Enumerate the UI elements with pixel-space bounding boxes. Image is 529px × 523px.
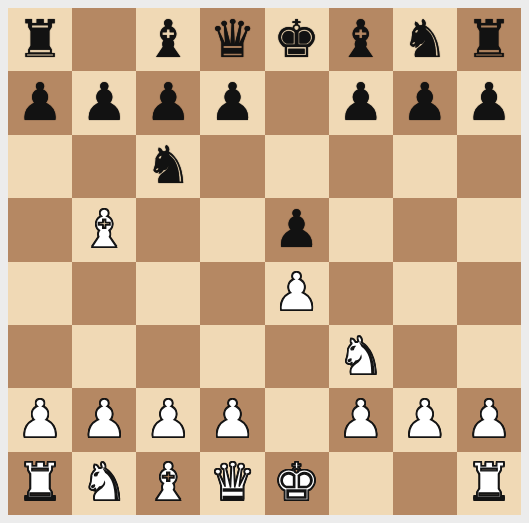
piece-black-rook[interactable]: ♜ xyxy=(17,13,64,65)
square-b1[interactable]: ♞ xyxy=(72,452,136,515)
square-c6[interactable]: ♞ xyxy=(136,135,200,198)
square-a5[interactable] xyxy=(8,198,72,261)
piece-black-pawn[interactable]: ♟ xyxy=(17,76,64,128)
square-c5[interactable] xyxy=(136,198,200,261)
square-b4[interactable] xyxy=(72,262,136,325)
piece-black-pawn[interactable]: ♟ xyxy=(273,203,320,255)
square-f4[interactable] xyxy=(329,262,393,325)
piece-white-knight[interactable]: ♞ xyxy=(81,456,128,508)
square-a1[interactable]: ♜ xyxy=(8,452,72,515)
square-h3[interactable] xyxy=(457,325,521,388)
square-c1[interactable]: ♝ xyxy=(136,452,200,515)
square-h8[interactable]: ♜ xyxy=(457,8,521,71)
square-c4[interactable] xyxy=(136,262,200,325)
square-f6[interactable] xyxy=(329,135,393,198)
piece-black-pawn[interactable]: ♟ xyxy=(466,76,513,128)
square-f5[interactable] xyxy=(329,198,393,261)
piece-black-rook[interactable]: ♜ xyxy=(466,13,513,65)
square-g8[interactable]: ♞ xyxy=(393,8,457,71)
square-c8[interactable]: ♝ xyxy=(136,8,200,71)
square-h4[interactable] xyxy=(457,262,521,325)
square-h1[interactable]: ♜ xyxy=(457,452,521,515)
square-g2[interactable]: ♟ xyxy=(393,388,457,451)
square-f2[interactable]: ♟ xyxy=(329,388,393,451)
square-e4[interactable]: ♟ xyxy=(265,262,329,325)
square-h2[interactable]: ♟ xyxy=(457,388,521,451)
square-g7[interactable]: ♟ xyxy=(393,71,457,134)
piece-black-pawn[interactable]: ♟ xyxy=(81,76,128,128)
square-g4[interactable] xyxy=(393,262,457,325)
piece-white-pawn[interactable]: ♟ xyxy=(402,393,449,445)
square-d7[interactable]: ♟ xyxy=(200,71,264,134)
piece-white-pawn[interactable]: ♟ xyxy=(17,393,64,445)
piece-black-bishop[interactable]: ♝ xyxy=(145,13,192,65)
piece-black-pawn[interactable]: ♟ xyxy=(145,76,192,128)
piece-white-pawn[interactable]: ♟ xyxy=(209,393,256,445)
square-d8[interactable]: ♛ xyxy=(200,8,264,71)
square-e3[interactable] xyxy=(265,325,329,388)
piece-white-rook[interactable]: ♜ xyxy=(466,456,513,508)
piece-white-pawn[interactable]: ♟ xyxy=(337,393,384,445)
square-g1[interactable] xyxy=(393,452,457,515)
square-d6[interactable] xyxy=(200,135,264,198)
piece-white-king[interactable]: ♚ xyxy=(273,456,320,508)
square-c2[interactable]: ♟ xyxy=(136,388,200,451)
square-c7[interactable]: ♟ xyxy=(136,71,200,134)
square-a4[interactable] xyxy=(8,262,72,325)
square-h6[interactable] xyxy=(457,135,521,198)
square-e1[interactable]: ♚ xyxy=(265,452,329,515)
piece-white-pawn[interactable]: ♟ xyxy=(145,393,192,445)
square-d3[interactable] xyxy=(200,325,264,388)
square-d5[interactable] xyxy=(200,198,264,261)
square-e8[interactable]: ♚ xyxy=(265,8,329,71)
piece-white-knight[interactable]: ♞ xyxy=(337,330,384,382)
square-a6[interactable] xyxy=(8,135,72,198)
square-f7[interactable]: ♟ xyxy=(329,71,393,134)
square-d2[interactable]: ♟ xyxy=(200,388,264,451)
square-h7[interactable]: ♟ xyxy=(457,71,521,134)
piece-black-knight[interactable]: ♞ xyxy=(145,139,192,191)
square-c3[interactable] xyxy=(136,325,200,388)
square-e5[interactable]: ♟ xyxy=(265,198,329,261)
piece-white-pawn[interactable]: ♟ xyxy=(466,393,513,445)
piece-white-pawn[interactable]: ♟ xyxy=(273,266,320,318)
piece-black-knight[interactable]: ♞ xyxy=(402,13,449,65)
square-a8[interactable]: ♜ xyxy=(8,8,72,71)
square-g3[interactable] xyxy=(393,325,457,388)
piece-white-bishop[interactable]: ♝ xyxy=(145,456,192,508)
square-e2[interactable] xyxy=(265,388,329,451)
piece-white-bishop[interactable]: ♝ xyxy=(81,203,128,255)
square-b2[interactable]: ♟ xyxy=(72,388,136,451)
piece-white-rook[interactable]: ♜ xyxy=(17,456,64,508)
square-f3[interactable]: ♞ xyxy=(329,325,393,388)
piece-black-pawn[interactable]: ♟ xyxy=(209,76,256,128)
square-d4[interactable] xyxy=(200,262,264,325)
square-b5[interactable]: ♝ xyxy=(72,198,136,261)
square-b6[interactable] xyxy=(72,135,136,198)
chess-board: ♜♝♛♚♝♞♜♟♟♟♟♟♟♟♞♝♟♟♞♟♟♟♟♟♟♟♜♞♝♛♚♜ xyxy=(8,8,521,515)
square-a2[interactable]: ♟ xyxy=(8,388,72,451)
square-f8[interactable]: ♝ xyxy=(329,8,393,71)
square-b3[interactable] xyxy=(72,325,136,388)
square-h5[interactable] xyxy=(457,198,521,261)
piece-black-queen[interactable]: ♛ xyxy=(209,13,256,65)
square-b8[interactable] xyxy=(72,8,136,71)
piece-black-pawn[interactable]: ♟ xyxy=(402,76,449,128)
square-e7[interactable] xyxy=(265,71,329,134)
square-g5[interactable] xyxy=(393,198,457,261)
piece-white-pawn[interactable]: ♟ xyxy=(81,393,128,445)
square-b7[interactable]: ♟ xyxy=(72,71,136,134)
square-a3[interactable] xyxy=(8,325,72,388)
piece-white-queen[interactable]: ♛ xyxy=(209,456,256,508)
square-f1[interactable] xyxy=(329,452,393,515)
piece-black-king[interactable]: ♚ xyxy=(273,13,320,65)
square-a7[interactable]: ♟ xyxy=(8,71,72,134)
square-e6[interactable] xyxy=(265,135,329,198)
piece-black-pawn[interactable]: ♟ xyxy=(337,76,384,128)
piece-black-bishop[interactable]: ♝ xyxy=(337,13,384,65)
square-d1[interactable]: ♛ xyxy=(200,452,264,515)
square-g6[interactable] xyxy=(393,135,457,198)
